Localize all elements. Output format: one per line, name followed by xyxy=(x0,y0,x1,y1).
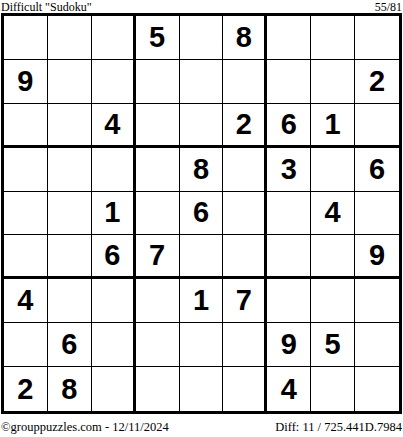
cell-r5c4[interactable] xyxy=(136,192,180,236)
cell-r1c7[interactable] xyxy=(267,16,311,60)
cell-r2c9: 2 xyxy=(355,60,399,104)
cell-r1c8[interactable] xyxy=(311,16,355,60)
cell-r8c8: 5 xyxy=(311,323,355,367)
cell-r3c6: 2 xyxy=(223,104,267,148)
cell-r9c6[interactable] xyxy=(223,367,267,411)
cell-r1c9[interactable] xyxy=(355,16,399,60)
cell-r7c2[interactable] xyxy=(48,279,92,323)
cell-r5c5: 6 xyxy=(180,192,224,236)
cell-r2c3[interactable] xyxy=(92,60,136,104)
difficulty-text: Diff: 11 / 725.441D.7984 xyxy=(275,421,402,433)
page-title: Difficult "Sudoku" xyxy=(1,1,92,13)
cell-r9c8[interactable] xyxy=(311,367,355,411)
sudoku-board: 58924261836164679417695284 xyxy=(1,13,402,414)
cell-r7c3[interactable] xyxy=(92,279,136,323)
copyright-text: ©grouppuzzles.com - 12/11/2024 xyxy=(1,421,169,433)
cell-r6c7[interactable] xyxy=(267,235,311,279)
cell-r6c3: 6 xyxy=(92,235,136,279)
cell-r1c1[interactable] xyxy=(4,16,48,60)
cell-r3c1[interactable] xyxy=(4,104,48,148)
cell-r5c9[interactable] xyxy=(355,192,399,236)
cell-r6c2[interactable] xyxy=(48,235,92,279)
cell-r4c8[interactable] xyxy=(311,148,355,192)
cell-r3c4[interactable] xyxy=(136,104,180,148)
cell-r9c3[interactable] xyxy=(92,367,136,411)
cell-r4c1[interactable] xyxy=(4,148,48,192)
cell-r2c7[interactable] xyxy=(267,60,311,104)
cell-r7c7[interactable] xyxy=(267,279,311,323)
cell-r2c6[interactable] xyxy=(223,60,267,104)
cell-r6c6[interactable] xyxy=(223,235,267,279)
cell-r3c8: 1 xyxy=(311,104,355,148)
cell-r4c2[interactable] xyxy=(48,148,92,192)
clue-counter: 55/81 xyxy=(375,1,402,13)
cell-r2c4[interactable] xyxy=(136,60,180,104)
cell-r4c6[interactable] xyxy=(223,148,267,192)
cell-r3c2[interactable] xyxy=(48,104,92,148)
cell-r8c5[interactable] xyxy=(180,323,224,367)
cell-r3c3: 4 xyxy=(92,104,136,148)
cell-r1c6: 8 xyxy=(223,16,267,60)
cell-r8c9[interactable] xyxy=(355,323,399,367)
cell-r6c5[interactable] xyxy=(180,235,224,279)
cell-r7c8[interactable] xyxy=(311,279,355,323)
cell-r2c1: 9 xyxy=(4,60,48,104)
cell-r7c1: 4 xyxy=(4,279,48,323)
cell-r7c4[interactable] xyxy=(136,279,180,323)
cell-r9c4[interactable] xyxy=(136,367,180,411)
cell-r5c7[interactable] xyxy=(267,192,311,236)
cell-r4c5: 8 xyxy=(180,148,224,192)
cell-r5c2[interactable] xyxy=(48,192,92,236)
cell-r8c1[interactable] xyxy=(4,323,48,367)
cell-r5c8: 4 xyxy=(311,192,355,236)
cell-r7c6: 7 xyxy=(223,279,267,323)
cell-r2c8[interactable] xyxy=(311,60,355,104)
cell-r9c7: 4 xyxy=(267,367,311,411)
sudoku-page: Difficult "Sudoku" 55/81 589242618361646… xyxy=(0,0,403,437)
cell-r5c6[interactable] xyxy=(223,192,267,236)
cell-r8c7: 9 xyxy=(267,323,311,367)
cell-r3c5[interactable] xyxy=(180,104,224,148)
cell-r3c7: 6 xyxy=(267,104,311,148)
cell-r7c5: 1 xyxy=(180,279,224,323)
cell-r9c1: 2 xyxy=(4,367,48,411)
header: Difficult "Sudoku" 55/81 xyxy=(0,0,403,13)
cell-r9c9[interactable] xyxy=(355,367,399,411)
cell-r2c5[interactable] xyxy=(180,60,224,104)
cell-r8c3[interactable] xyxy=(92,323,136,367)
cell-r4c7: 3 xyxy=(267,148,311,192)
cell-r5c3: 1 xyxy=(92,192,136,236)
cell-r5c1[interactable] xyxy=(4,192,48,236)
cell-r8c4[interactable] xyxy=(136,323,180,367)
cell-r1c2[interactable] xyxy=(48,16,92,60)
cell-r6c8[interactable] xyxy=(311,235,355,279)
cell-r4c9: 6 xyxy=(355,148,399,192)
cell-r1c4: 5 xyxy=(136,16,180,60)
cell-r4c4[interactable] xyxy=(136,148,180,192)
cell-r9c5[interactable] xyxy=(180,367,224,411)
cell-r9c2: 8 xyxy=(48,367,92,411)
cell-r3c9[interactable] xyxy=(355,104,399,148)
cell-r6c1[interactable] xyxy=(4,235,48,279)
cell-r1c3[interactable] xyxy=(92,16,136,60)
cell-r8c2: 6 xyxy=(48,323,92,367)
cell-r2c2[interactable] xyxy=(48,60,92,104)
cell-r7c9[interactable] xyxy=(355,279,399,323)
footer: ©grouppuzzles.com - 12/11/2024 Diff: 11 … xyxy=(0,414,403,433)
cell-r8c6[interactable] xyxy=(223,323,267,367)
cell-r6c9: 9 xyxy=(355,235,399,279)
cell-r6c4: 7 xyxy=(136,235,180,279)
cell-r4c3[interactable] xyxy=(92,148,136,192)
cell-r1c5[interactable] xyxy=(180,16,224,60)
